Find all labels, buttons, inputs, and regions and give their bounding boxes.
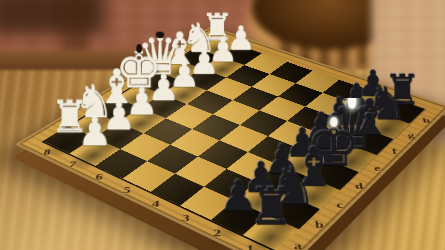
chess-board: ♜♞♝♚♛♝♞♜♟♟♟♟♟♟♟♟♟♟♟♟♟♟♟♟♜♞♝♚♛♝♞♜ 8765432…: [15, 26, 445, 250]
rook-glyph: ♜: [248, 181, 294, 232]
king-finial: [330, 117, 338, 127]
board-grid: ♜♞♝♚♛♝♞♜♟♟♟♟♟♟♟♟♟♟♟♟♟♟♟♟♜♞♝♚♛♝♞♜: [42, 37, 423, 250]
pawn-glyph: ♟: [78, 113, 113, 152]
queen-finial: [348, 93, 356, 109]
square-a5[interactable]: [123, 161, 175, 192]
chess-scene: ♜♞♝♚♛♝♞♜♟♟♟♟♟♟♟♟♟♟♟♟♟♟♟♟♜♞♝♚♛♝♞♜ 8765432…: [0, 0, 445, 250]
queen-finial: [156, 32, 164, 38]
king-finial: [136, 44, 142, 54]
perspective-container: ♜♞♝♚♛♝♞♜♟♟♟♟♟♟♟♟♟♟♟♟♟♟♟♟♜♞♝♚♛♝♞♜ 8765432…: [0, 0, 445, 250]
file-label-h: h: [408, 116, 445, 126]
